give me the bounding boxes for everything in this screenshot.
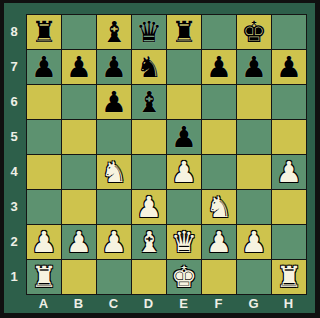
square-f7[interactable]: ♟ bbox=[202, 50, 236, 84]
square-d1[interactable] bbox=[132, 260, 166, 294]
black-queen[interactable]: ♛ bbox=[136, 15, 162, 49]
square-a7[interactable]: ♟ bbox=[27, 50, 61, 84]
black-pawn[interactable]: ♟ bbox=[101, 50, 127, 84]
white-rook[interactable]: ♜ bbox=[31, 260, 57, 294]
rank-label-8: 8 bbox=[4, 14, 24, 49]
square-d3[interactable]: ♟ bbox=[132, 190, 166, 224]
black-pawn[interactable]: ♟ bbox=[276, 50, 302, 84]
black-rook[interactable]: ♜ bbox=[31, 15, 57, 49]
square-f2[interactable]: ♟ bbox=[202, 225, 236, 259]
file-label-c: C bbox=[96, 295, 131, 313]
black-pawn[interactable]: ♟ bbox=[66, 50, 92, 84]
black-pawn[interactable]: ♟ bbox=[171, 120, 197, 154]
square-f3[interactable]: ♞ bbox=[202, 190, 236, 224]
white-rook[interactable]: ♜ bbox=[276, 260, 302, 294]
rank-label-6: 6 bbox=[4, 84, 24, 119]
square-b6[interactable] bbox=[62, 85, 96, 119]
square-b2[interactable]: ♟ bbox=[62, 225, 96, 259]
square-g1[interactable] bbox=[237, 260, 271, 294]
square-b1[interactable] bbox=[62, 260, 96, 294]
square-g8[interactable]: ♚ bbox=[237, 15, 271, 49]
square-e1[interactable]: ♚ bbox=[167, 260, 201, 294]
square-b7[interactable]: ♟ bbox=[62, 50, 96, 84]
black-bishop[interactable]: ♝ bbox=[136, 85, 162, 119]
square-e7[interactable] bbox=[167, 50, 201, 84]
file-label-h: H bbox=[271, 295, 306, 313]
white-pawn[interactable]: ♟ bbox=[136, 190, 162, 224]
square-g7[interactable]: ♟ bbox=[237, 50, 271, 84]
square-c8[interactable]: ♝ bbox=[97, 15, 131, 49]
black-king[interactable]: ♚ bbox=[241, 15, 267, 49]
square-a3[interactable] bbox=[27, 190, 61, 224]
black-pawn[interactable]: ♟ bbox=[101, 85, 127, 119]
file-label-d: D bbox=[131, 295, 166, 313]
square-g4[interactable] bbox=[237, 155, 271, 189]
white-knight[interactable]: ♞ bbox=[206, 190, 232, 224]
white-knight[interactable]: ♞ bbox=[101, 155, 127, 189]
square-f8[interactable] bbox=[202, 15, 236, 49]
white-bishop[interactable]: ♝ bbox=[136, 225, 162, 259]
square-f5[interactable] bbox=[202, 120, 236, 154]
rank-label-2: 2 bbox=[4, 224, 24, 259]
rank-label-4: 4 bbox=[4, 154, 24, 189]
square-d5[interactable] bbox=[132, 120, 166, 154]
square-f6[interactable] bbox=[202, 85, 236, 119]
square-e6[interactable] bbox=[167, 85, 201, 119]
white-pawn[interactable]: ♟ bbox=[31, 225, 57, 259]
black-pawn[interactable]: ♟ bbox=[206, 50, 232, 84]
white-pawn[interactable]: ♟ bbox=[276, 155, 302, 189]
square-e5[interactable]: ♟ bbox=[167, 120, 201, 154]
black-pawn[interactable]: ♟ bbox=[31, 50, 57, 84]
square-g6[interactable] bbox=[237, 85, 271, 119]
square-a4[interactable] bbox=[27, 155, 61, 189]
square-h2[interactable] bbox=[272, 225, 306, 259]
white-pawn[interactable]: ♟ bbox=[241, 225, 267, 259]
square-d4[interactable] bbox=[132, 155, 166, 189]
square-a5[interactable] bbox=[27, 120, 61, 154]
square-c2[interactable]: ♟ bbox=[97, 225, 131, 259]
file-label-g: G bbox=[236, 295, 271, 313]
white-pawn[interactable]: ♟ bbox=[206, 225, 232, 259]
square-d8[interactable]: ♛ bbox=[132, 15, 166, 49]
file-label-a: A bbox=[26, 295, 61, 313]
rank-label-1: 1 bbox=[4, 259, 24, 294]
square-b3[interactable] bbox=[62, 190, 96, 224]
white-pawn[interactable]: ♟ bbox=[101, 225, 127, 259]
square-d6[interactable]: ♝ bbox=[132, 85, 166, 119]
square-h1[interactable]: ♜ bbox=[272, 260, 306, 294]
square-c5[interactable] bbox=[97, 120, 131, 154]
square-e4[interactable]: ♟ bbox=[167, 155, 201, 189]
chessboard[interactable]: ♜♝♛♜♚♟♟♟♞♟♟♟♟♝♟♞♟♟♟♞♟♟♟♝♛♟♟♜♚♜ bbox=[26, 14, 307, 295]
chess-app-window: 87654321 ♜♝♛♜♚♟♟♟♞♟♟♟♟♝♟♞♟♟♟♞♟♟♟♝♛♟♟♜♚♜ … bbox=[0, 0, 320, 318]
white-pawn[interactable]: ♟ bbox=[66, 225, 92, 259]
square-c4[interactable]: ♞ bbox=[97, 155, 131, 189]
black-bishop[interactable]: ♝ bbox=[101, 15, 127, 49]
file-label-e: E bbox=[166, 295, 201, 313]
square-d7[interactable]: ♞ bbox=[132, 50, 166, 84]
rank-label-3: 3 bbox=[4, 189, 24, 224]
black-rook[interactable]: ♜ bbox=[171, 15, 197, 49]
square-e3[interactable] bbox=[167, 190, 201, 224]
white-queen[interactable]: ♛ bbox=[171, 225, 197, 259]
square-e8[interactable]: ♜ bbox=[167, 15, 201, 49]
square-h8[interactable] bbox=[272, 15, 306, 49]
file-label-b: B bbox=[61, 295, 96, 313]
square-h6[interactable] bbox=[272, 85, 306, 119]
square-h4[interactable]: ♟ bbox=[272, 155, 306, 189]
square-b5[interactable] bbox=[62, 120, 96, 154]
square-g2[interactable]: ♟ bbox=[237, 225, 271, 259]
square-g3[interactable] bbox=[237, 190, 271, 224]
file-label-f: F bbox=[201, 295, 236, 313]
square-h7[interactable]: ♟ bbox=[272, 50, 306, 84]
square-a6[interactable] bbox=[27, 85, 61, 119]
square-b8[interactable] bbox=[62, 15, 96, 49]
black-pawn[interactable]: ♟ bbox=[241, 50, 267, 84]
square-d2[interactable]: ♝ bbox=[132, 225, 166, 259]
rank-label-5: 5 bbox=[4, 119, 24, 154]
square-a2[interactable]: ♟ bbox=[27, 225, 61, 259]
square-h5[interactable] bbox=[272, 120, 306, 154]
square-a1[interactable]: ♜ bbox=[27, 260, 61, 294]
square-c1[interactable] bbox=[97, 260, 131, 294]
square-c3[interactable] bbox=[97, 190, 131, 224]
square-g5[interactable] bbox=[237, 120, 271, 154]
square-f4[interactable] bbox=[202, 155, 236, 189]
black-knight[interactable]: ♞ bbox=[136, 50, 162, 84]
square-c7[interactable]: ♟ bbox=[97, 50, 131, 84]
square-b4[interactable] bbox=[62, 155, 96, 189]
square-e2[interactable]: ♛ bbox=[167, 225, 201, 259]
white-king[interactable]: ♚ bbox=[171, 260, 197, 294]
white-pawn[interactable]: ♟ bbox=[171, 155, 197, 189]
square-f1[interactable] bbox=[202, 260, 236, 294]
square-h3[interactable] bbox=[272, 190, 306, 224]
rank-label-7: 7 bbox=[4, 49, 24, 84]
square-c6[interactable]: ♟ bbox=[97, 85, 131, 119]
square-a8[interactable]: ♜ bbox=[27, 15, 61, 49]
